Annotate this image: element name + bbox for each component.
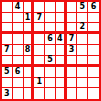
sudoku-cell-given: 7 <box>67 34 78 45</box>
sudoku-cell-given: 1 <box>34 78 45 89</box>
sudoku-cell-empty[interactable] <box>34 88 45 99</box>
sudoku-cell-empty[interactable] <box>88 56 99 67</box>
sudoku-cell-empty[interactable] <box>34 23 45 34</box>
sudoku-cell-empty[interactable] <box>24 2 35 13</box>
sudoku-cell-empty[interactable] <box>45 78 56 89</box>
sudoku-cell-given: 6 <box>45 34 56 45</box>
sudoku-cell-empty[interactable] <box>77 88 88 99</box>
sudoku-cell-empty[interactable] <box>56 78 67 89</box>
sudoku-cell-empty[interactable] <box>77 34 88 45</box>
sudoku-cell-empty[interactable] <box>88 78 99 89</box>
sudoku-cell-empty[interactable] <box>67 2 78 13</box>
sudoku-cell-empty[interactable] <box>2 78 13 89</box>
sudoku-cell-given: 6 <box>88 2 99 13</box>
sudoku-cell-empty[interactable] <box>67 88 78 99</box>
sudoku-cell-given: 5 <box>77 2 88 13</box>
sudoku-cell-empty[interactable] <box>13 56 24 67</box>
sudoku-cell-empty[interactable] <box>88 23 99 34</box>
sudoku-cell-given: 2 <box>77 23 88 34</box>
sudoku-cell-given: 1 <box>24 13 35 24</box>
sudoku-cell-empty[interactable] <box>56 23 67 34</box>
sudoku-cell-empty[interactable] <box>13 34 24 45</box>
sudoku-cell-empty[interactable] <box>88 34 99 45</box>
sudoku-cell-empty[interactable] <box>56 45 67 56</box>
sudoku-cell-empty[interactable] <box>24 88 35 99</box>
sudoku-cell-given: 3 <box>67 45 78 56</box>
sudoku-cell-empty[interactable] <box>67 67 78 78</box>
sudoku-cell-empty[interactable] <box>56 56 67 67</box>
sudoku-cell-given: 3 <box>2 88 13 99</box>
sudoku-cell-empty[interactable] <box>67 23 78 34</box>
sudoku-cell-empty[interactable] <box>2 2 13 13</box>
sudoku-cell-empty[interactable] <box>13 88 24 99</box>
sudoku-cell-empty[interactable] <box>13 45 24 56</box>
sudoku-cell-given: 4 <box>56 34 67 45</box>
sudoku-cell-empty[interactable] <box>67 13 78 24</box>
sudoku-cell-empty[interactable] <box>77 67 88 78</box>
sudoku-cell-empty[interactable] <box>13 78 24 89</box>
sudoku-cell-empty[interactable] <box>45 2 56 13</box>
sudoku-cell-given: 7 <box>2 45 13 56</box>
sudoku-cell-empty[interactable] <box>2 23 13 34</box>
sudoku-cell-given: 4 <box>13 2 24 13</box>
sudoku-cell-empty[interactable] <box>2 13 13 24</box>
sudoku-cell-empty[interactable] <box>45 88 56 99</box>
sudoku-cell-empty[interactable] <box>24 23 35 34</box>
sudoku-board: 45617264778355613 <box>0 0 101 101</box>
sudoku-cell-empty[interactable] <box>56 13 67 24</box>
sudoku-cell-given: 6 <box>13 67 24 78</box>
sudoku-cell-given: 7 <box>34 13 45 24</box>
sudoku-cell-empty[interactable] <box>34 56 45 67</box>
sudoku-cell-empty[interactable] <box>67 56 78 67</box>
sudoku-cell-empty[interactable] <box>77 45 88 56</box>
sudoku-cell-empty[interactable] <box>56 67 67 78</box>
sudoku-cell-empty[interactable] <box>77 56 88 67</box>
sudoku-cell-empty[interactable] <box>45 23 56 34</box>
sudoku-cell-empty[interactable] <box>77 78 88 89</box>
sudoku-cell-empty[interactable] <box>2 56 13 67</box>
sudoku-cell-empty[interactable] <box>56 2 67 13</box>
sudoku-cell-empty[interactable] <box>45 13 56 24</box>
sudoku-cell-empty[interactable] <box>2 34 13 45</box>
sudoku-cell-empty[interactable] <box>24 34 35 45</box>
sudoku-cell-given: 5 <box>45 56 56 67</box>
sudoku-cell-empty[interactable] <box>24 78 35 89</box>
sudoku-cell-empty[interactable] <box>13 13 24 24</box>
sudoku-cell-empty[interactable] <box>34 34 45 45</box>
sudoku-cell-empty[interactable] <box>56 88 67 99</box>
sudoku-cell-given: 8 <box>24 45 35 56</box>
sudoku-cell-empty[interactable] <box>34 45 45 56</box>
sudoku-cell-empty[interactable] <box>24 56 35 67</box>
sudoku-cell-empty[interactable] <box>24 67 35 78</box>
sudoku-cell-given: 5 <box>2 67 13 78</box>
sudoku-cell-empty[interactable] <box>67 78 78 89</box>
sudoku-cell-empty[interactable] <box>34 2 45 13</box>
sudoku-cell-empty[interactable] <box>13 23 24 34</box>
sudoku-cell-empty[interactable] <box>45 67 56 78</box>
sudoku-cell-empty[interactable] <box>88 88 99 99</box>
sudoku-cell-empty[interactable] <box>88 45 99 56</box>
sudoku-cell-empty[interactable] <box>34 67 45 78</box>
sudoku-cell-empty[interactable] <box>88 13 99 24</box>
sudoku-cell-empty[interactable] <box>88 67 99 78</box>
